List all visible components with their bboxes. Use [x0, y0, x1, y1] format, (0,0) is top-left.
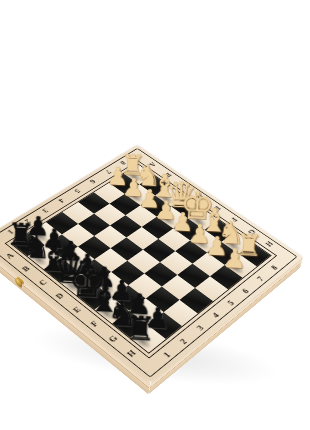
chess-set: ABCDEFGH ABCDEFGH 87654321 87654321 ♜♞♝♛… — [0, 0, 310, 430]
black-rook-icon: ♜ — [118, 311, 164, 346]
white-pawn-icon: ♟ — [213, 244, 255, 272]
board-grid: ♜♞♝♛♚♝♞♜♟♟♟♟♟♟♟♟♟♟♟♟♟♟♟♟♜♞♝♛♚♝♞♜ — [10, 164, 271, 354]
product-photo-background: ABCDEFGH ABCDEFGH 87654321 87654321 ♜♞♝♛… — [0, 0, 310, 430]
folding-chess-box: ABCDEFGH ABCDEFGH 87654321 87654321 ♜♞♝♛… — [0, 145, 303, 383]
square-c5 — [110, 215, 142, 237]
chess-board: ABCDEFGH ABCDEFGH 87654321 87654321 ♜♞♝♛… — [0, 145, 303, 383]
